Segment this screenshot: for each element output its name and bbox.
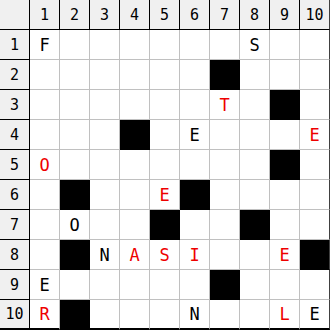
cell-r3-c1[interactable] [30, 90, 60, 120]
cell-r3-c9 [270, 90, 300, 120]
cell-r10-c5[interactable] [150, 300, 180, 330]
cell-r5-c5[interactable] [150, 150, 180, 180]
col-header-1: 1 [30, 0, 60, 30]
cell-r7-c7[interactable] [210, 210, 240, 240]
cell-r9-c4[interactable] [120, 270, 150, 300]
cell-r3-c3[interactable] [90, 90, 120, 120]
cell-r5-c10[interactable] [300, 150, 330, 180]
cell-r1-c4[interactable] [120, 30, 150, 60]
cell-r9-c5[interactable] [150, 270, 180, 300]
cell-r2-c3[interactable] [90, 60, 120, 90]
row-header-1: 1 [0, 30, 30, 60]
cell-r1-c1[interactable]: F [30, 30, 60, 60]
cell-r7-c9[interactable] [270, 210, 300, 240]
cell-r10-c2 [60, 300, 90, 330]
cell-r8-c4[interactable]: A [120, 240, 150, 270]
row-header-5: 5 [0, 150, 30, 180]
row-header-10: 10 [0, 300, 30, 330]
cell-r2-c4[interactable] [120, 60, 150, 90]
cell-r5-c9 [270, 150, 300, 180]
cell-r5-c3[interactable] [90, 150, 120, 180]
cell-r9-c1[interactable]: E [30, 270, 60, 300]
cell-r2-c9[interactable] [270, 60, 300, 90]
cell-r6-c3[interactable] [90, 180, 120, 210]
row-header-4: 4 [0, 120, 30, 150]
cell-r7-c5 [150, 210, 180, 240]
corner-cell [0, 0, 30, 30]
cell-r8-c10 [300, 240, 330, 270]
col-header-2: 2 [60, 0, 90, 30]
cell-r8-c2 [60, 240, 90, 270]
cell-r9-c9[interactable] [270, 270, 300, 300]
col-header-7: 7 [210, 0, 240, 30]
cell-r6-c7[interactable] [210, 180, 240, 210]
cell-r1-c3[interactable] [90, 30, 120, 60]
cell-r8-c8[interactable] [240, 240, 270, 270]
cell-r6-c10[interactable] [300, 180, 330, 210]
col-header-8: 8 [240, 0, 270, 30]
cell-r4-c2[interactable] [60, 120, 90, 150]
cell-r8-c1[interactable] [30, 240, 60, 270]
cell-r6-c8[interactable] [240, 180, 270, 210]
cell-r9-c2[interactable] [60, 270, 90, 300]
cell-r5-c7[interactable] [210, 150, 240, 180]
col-header-4: 4 [120, 0, 150, 30]
col-header-3: 3 [90, 0, 120, 30]
cell-r4-c1[interactable] [30, 120, 60, 150]
col-header-10: 10 [300, 0, 330, 30]
cell-r2-c10[interactable] [300, 60, 330, 90]
cell-r8-c6[interactable]: I [180, 240, 210, 270]
cell-r4-c7[interactable] [210, 120, 240, 150]
cell-r2-c6[interactable] [180, 60, 210, 90]
cell-r1-c9[interactable] [270, 30, 300, 60]
cell-r5-c6[interactable] [180, 150, 210, 180]
cell-r2-c8[interactable] [240, 60, 270, 90]
cell-r4-c4 [120, 120, 150, 150]
cell-r1-c7[interactable] [210, 30, 240, 60]
cell-r4-c9[interactable] [270, 120, 300, 150]
cell-r8-c7[interactable] [210, 240, 240, 270]
cell-r9-c8[interactable] [240, 270, 270, 300]
cell-r4-c6[interactable]: E [180, 120, 210, 150]
cell-r6-c6 [180, 180, 210, 210]
cell-r3-c5[interactable] [150, 90, 180, 120]
cell-r9-c6[interactable] [180, 270, 210, 300]
row-header-8: 8 [0, 240, 30, 270]
row-header-7: 7 [0, 210, 30, 240]
cell-r3-c4[interactable] [120, 90, 150, 120]
cell-r7-c6[interactable] [180, 210, 210, 240]
cell-r1-c8[interactable]: S [240, 30, 270, 60]
col-header-6: 6 [180, 0, 210, 30]
cell-r10-c4[interactable] [120, 300, 150, 330]
cell-r3-c7[interactable]: T [210, 90, 240, 120]
cell-r6-c9[interactable] [270, 180, 300, 210]
cell-r9-c10[interactable] [300, 270, 330, 300]
cell-r7-c2[interactable]: O [60, 210, 90, 240]
cell-r3-c2[interactable] [60, 90, 90, 120]
cell-r2-c2[interactable] [60, 60, 90, 90]
row-header-3: 3 [0, 90, 30, 120]
cell-r4-c10[interactable]: E [300, 120, 330, 150]
cell-r4-c3[interactable] [90, 120, 120, 150]
cell-r10-c9[interactable]: L [270, 300, 300, 330]
cell-r8-c5[interactable]: S [150, 240, 180, 270]
cell-r4-c8[interactable] [240, 120, 270, 150]
crossword-board: 123456789101FS23T4EE5O6E7O8NASIE9E10RNLE [0, 0, 330, 330]
cell-r3-c8[interactable] [240, 90, 270, 120]
cell-r4-c5[interactable] [150, 120, 180, 150]
cell-r10-c8[interactable] [240, 300, 270, 330]
cell-r1-c6[interactable] [180, 30, 210, 60]
cell-r8-c9[interactable]: E [270, 240, 300, 270]
cell-r1-c5[interactable] [150, 30, 180, 60]
cell-r10-c6[interactable]: N [180, 300, 210, 330]
cell-r6-c5[interactable]: E [150, 180, 180, 210]
cell-r7-c8 [240, 210, 270, 240]
cell-r3-c6[interactable] [180, 90, 210, 120]
cell-r7-c1[interactable] [30, 210, 60, 240]
cell-r10-c1[interactable]: R [30, 300, 60, 330]
cell-r2-c5[interactable] [150, 60, 180, 90]
cell-r6-c1[interactable] [30, 180, 60, 210]
cell-r1-c10[interactable] [300, 30, 330, 60]
cell-r10-c3[interactable] [90, 300, 120, 330]
cell-r5-c8[interactable] [240, 150, 270, 180]
cell-r7-c4[interactable] [120, 210, 150, 240]
cell-r9-c7 [210, 270, 240, 300]
row-header-6: 6 [0, 180, 30, 210]
cell-r3-c10[interactable] [300, 90, 330, 120]
cell-r5-c2[interactable] [60, 150, 90, 180]
row-header-9: 9 [0, 270, 30, 300]
col-header-9: 9 [270, 0, 300, 30]
cell-r8-c3[interactable]: N [90, 240, 120, 270]
row-header-2: 2 [0, 60, 30, 90]
cell-r5-c4[interactable] [120, 150, 150, 180]
cell-r2-c7 [210, 60, 240, 90]
cell-r6-c2 [60, 180, 90, 210]
cell-r2-c1[interactable] [30, 60, 60, 90]
cell-r7-c10[interactable] [300, 210, 330, 240]
cell-r10-c7[interactable] [210, 300, 240, 330]
cell-r7-c3[interactable] [90, 210, 120, 240]
col-header-5: 5 [150, 0, 180, 30]
cell-r6-c4[interactable] [120, 180, 150, 210]
cell-r5-c1[interactable]: O [30, 150, 60, 180]
cell-r1-c2[interactable] [60, 30, 90, 60]
cell-r9-c3[interactable] [90, 270, 120, 300]
cell-r10-c10[interactable]: E [300, 300, 330, 330]
